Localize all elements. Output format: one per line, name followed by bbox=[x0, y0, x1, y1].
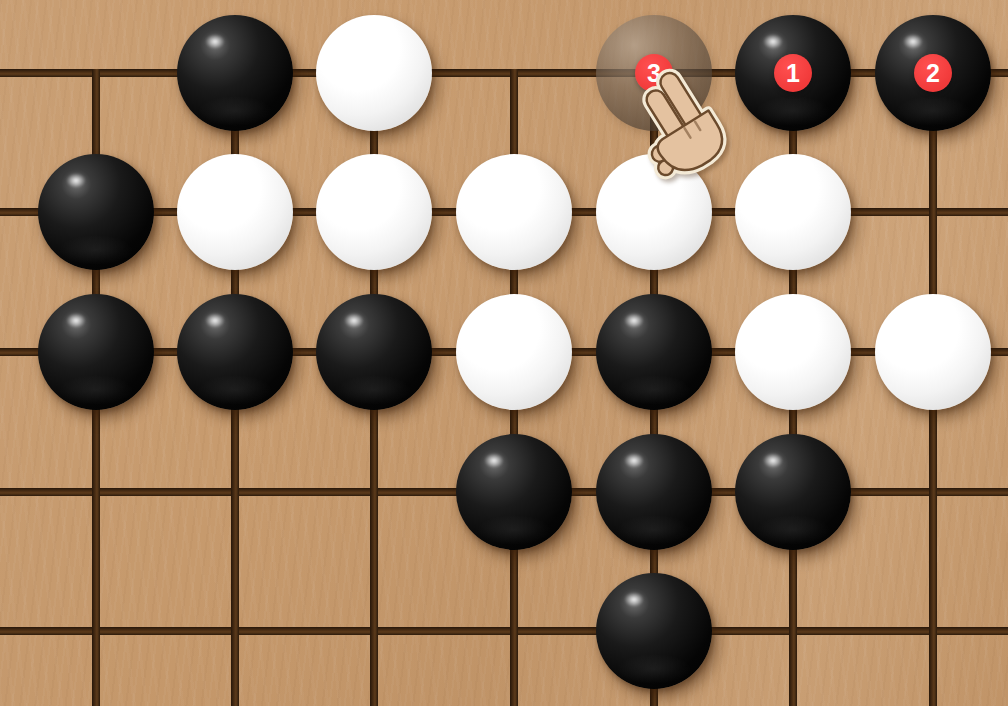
black-stone bbox=[38, 154, 154, 270]
black-stone bbox=[735, 434, 851, 550]
move-number-badge: 1 bbox=[774, 54, 812, 92]
white-stone bbox=[456, 294, 572, 410]
black-stone bbox=[596, 434, 712, 550]
white-stone bbox=[735, 294, 851, 410]
grid-line-horizontal bbox=[0, 627, 1008, 635]
black-stone bbox=[177, 15, 293, 131]
white-stone bbox=[456, 154, 572, 270]
move-number-badge: 2 bbox=[914, 54, 952, 92]
white-stone bbox=[316, 15, 432, 131]
grid-line-horizontal bbox=[0, 69, 1008, 77]
black-stone bbox=[177, 294, 293, 410]
white-stone bbox=[177, 154, 293, 270]
black-stone bbox=[596, 573, 712, 689]
black-stone bbox=[316, 294, 432, 410]
go-board[interactable]: 312 bbox=[0, 0, 1008, 706]
tap-hand-cursor[interactable] bbox=[616, 74, 720, 180]
black-stone: 2 bbox=[875, 15, 991, 131]
white-stone bbox=[316, 154, 432, 270]
black-stone bbox=[456, 434, 572, 550]
white-stone bbox=[735, 154, 851, 270]
black-stone bbox=[596, 294, 712, 410]
white-stone bbox=[875, 294, 991, 410]
black-stone: 1 bbox=[735, 15, 851, 131]
black-stone bbox=[38, 294, 154, 410]
